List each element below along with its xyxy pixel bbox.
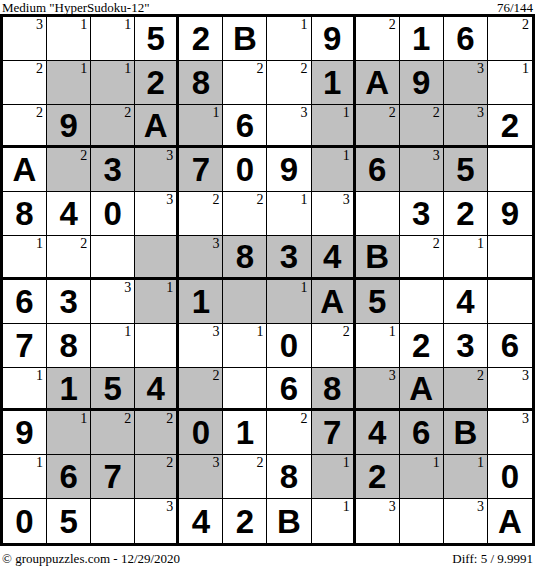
cell-r4c10[interactable]: 3 — [400, 148, 444, 192]
cell-value: 0 — [267, 324, 310, 367]
cell-r1c12[interactable]: 2 — [488, 17, 532, 61]
cell-value: 3 — [400, 192, 443, 235]
cell-r5c4[interactable]: 3 — [135, 192, 179, 236]
cell-r2c10[interactable]: 9 — [400, 61, 444, 105]
cell-r3c12[interactable]: 2 — [488, 105, 532, 149]
pencil-mark: 3 — [477, 500, 484, 514]
cell-r5c5[interactable]: 2 — [179, 192, 223, 236]
cell-r9c8[interactable]: 8 — [312, 368, 356, 412]
cell-r8c3[interactable]: 1 — [91, 324, 135, 368]
cell-value: 5 — [356, 280, 399, 323]
pencil-mark: 2 — [256, 62, 263, 76]
cell-value: B — [223, 17, 266, 60]
difficulty-text: Diff: 5 / 9.9991 — [452, 552, 533, 565]
cell-value: 9 — [400, 61, 443, 104]
pencil-mark: 3 — [522, 412, 529, 426]
cell-r7c1[interactable]: 6 — [3, 280, 47, 324]
pencil-mark: 2 — [343, 325, 350, 339]
cell-value: 7 — [3, 324, 46, 367]
cell-r6c4[interactable] — [135, 236, 179, 280]
cell-r4c4[interactable]: 3 — [135, 148, 179, 192]
cell-value: 8 — [267, 455, 310, 498]
cell-value: B — [267, 499, 310, 543]
pencil-mark: 1 — [124, 18, 131, 32]
cell-r8c2[interactable]: 8 — [47, 324, 91, 368]
pencil-mark: 2 — [301, 412, 308, 426]
cell-r8c9[interactable]: 1 — [356, 324, 400, 368]
cell-value: 2 — [488, 105, 532, 146]
cell-r6c3[interactable] — [91, 236, 135, 280]
pencil-mark: 2 — [522, 18, 529, 32]
pencil-mark: 1 — [124, 325, 131, 339]
cell-r9c3[interactable]: 5 — [91, 368, 135, 412]
cell-value: 6 — [223, 105, 266, 146]
cell-r3c4[interactable]: A — [135, 105, 179, 149]
cell-r4c11[interactable]: 5 — [444, 148, 488, 192]
cell-r10c10[interactable]: 6 — [400, 411, 444, 455]
cell-r12c10[interactable] — [400, 499, 444, 543]
cell-r12c8[interactable]: 1 — [312, 499, 356, 543]
pencil-mark: 1 — [212, 106, 219, 120]
cell-value: 4 — [179, 499, 222, 543]
pencil-mark: 1 — [522, 62, 529, 76]
cell-r7c10[interactable] — [400, 280, 444, 324]
cell-value: 6 — [47, 455, 90, 498]
cell-r5c1[interactable]: 8 — [3, 192, 47, 236]
puzzle-title: Medium "HyperSudoku-12" — [2, 1, 149, 14]
cell-r2c12[interactable]: 1 — [488, 61, 532, 105]
cell-r12c6[interactable]: 2 — [223, 499, 267, 543]
cell-r10c6[interactable]: 1 — [223, 411, 267, 455]
pencil-mark: 1 — [124, 62, 131, 76]
pencil-mark: 2 — [433, 106, 440, 120]
pencil-mark: 3 — [477, 106, 484, 120]
pencil-mark: 3 — [36, 18, 43, 32]
cell-value: 8 — [179, 61, 222, 104]
cell-r5c3[interactable]: 0 — [91, 192, 135, 236]
cell-r2c5[interactable]: 8 — [179, 61, 223, 105]
cell-r9c5[interactable]: 2 — [179, 368, 223, 412]
cell-r3c9[interactable]: 2 — [356, 105, 400, 149]
pencil-mark: 1 — [80, 62, 87, 76]
cell-r12c1[interactable]: 0 — [3, 499, 47, 543]
cell-r1c1[interactable]: 3 — [3, 17, 47, 61]
pencil-mark: 1 — [80, 412, 87, 426]
cell-r10c8[interactable]: 7 — [312, 411, 356, 455]
header-bar: Medium "HyperSudoku-12" 76/144 — [0, 0, 535, 14]
cell-value: 0 — [3, 499, 46, 543]
cell-r3c1[interactable]: 2 — [3, 105, 47, 149]
cell-r10c11[interactable]: B — [444, 411, 488, 455]
cell-value: 5 — [47, 499, 90, 543]
cell-r2c3[interactable]: 1 — [91, 61, 135, 105]
cell-r8c5[interactable]: 3 — [179, 324, 223, 368]
cell-r6c8[interactable]: 4 — [312, 236, 356, 280]
cell-value: 4 — [135, 368, 176, 409]
cell-value: 8 — [3, 192, 46, 235]
cell-r6c10[interactable]: 2 — [400, 236, 444, 280]
pencil-mark: 1 — [343, 500, 350, 514]
pencil-mark: 1 — [343, 456, 350, 470]
cell-r9c7[interactable]: 6 — [267, 368, 311, 412]
cell-r7c3[interactable]: 3 — [91, 280, 135, 324]
pencil-mark: 3 — [343, 193, 350, 207]
cell-r1c4[interactable]: 5 — [135, 17, 179, 61]
cell-value: 2 — [179, 17, 222, 60]
puzzle-page: Medium "HyperSudoku-12" 76/144 31152B192… — [0, 0, 535, 569]
cell-value: 2 — [135, 61, 176, 104]
cell-r4c8[interactable]: 1 — [312, 148, 356, 192]
cell-r4c2[interactable]: 2 — [47, 148, 91, 192]
pencil-mark: 1 — [301, 193, 308, 207]
cell-value: B — [356, 236, 399, 277]
cell-r7c4[interactable]: 1 — [135, 280, 179, 324]
cell-value: 2 — [356, 455, 399, 498]
cell-r5c2[interactable]: 4 — [47, 192, 91, 236]
cell-value: 9 — [488, 192, 532, 235]
pencil-mark: 1 — [301, 281, 308, 295]
cell-value: 6 — [444, 17, 487, 60]
cell-r11c11[interactable]: 1 — [444, 455, 488, 499]
cell-value: 2 — [223, 499, 266, 543]
cell-r10c1[interactable]: 9 — [3, 411, 47, 455]
cell-value: 1 — [400, 17, 443, 60]
cell-value: 5 — [135, 17, 176, 60]
cell-value: A — [356, 61, 399, 104]
cell-r12c12[interactable]: A — [488, 499, 532, 543]
pencil-mark: 3 — [212, 456, 219, 470]
cell-r11c9[interactable]: 2 — [356, 455, 400, 499]
cell-r7c7[interactable]: 1 — [267, 280, 311, 324]
cell-r2c1[interactable]: 2 — [3, 61, 47, 105]
cell-value: A — [3, 148, 46, 191]
cell-value: 5 — [444, 148, 487, 191]
cell-value: 5 — [91, 368, 134, 409]
cell-r3c3[interactable]: 2 — [91, 105, 135, 149]
cell-value: 9 — [312, 17, 353, 60]
cell-r9c6[interactable] — [223, 368, 267, 412]
cell-value: 1 — [179, 280, 222, 323]
pencil-mark: 3 — [389, 500, 396, 514]
cell-r4c1[interactable]: A — [3, 148, 47, 192]
pencil-mark: 2 — [124, 412, 131, 426]
cell-value: 0 — [91, 192, 134, 235]
cell-r4c3[interactable]: 3 — [91, 148, 135, 192]
cell-r2c6[interactable]: 2 — [223, 61, 267, 105]
cell-r7c8[interactable]: A — [312, 280, 356, 324]
cell-r4c6[interactable]: 0 — [223, 148, 267, 192]
cell-r3c11[interactable]: 3 — [444, 105, 488, 149]
cell-r12c7[interactable]: B — [267, 499, 311, 543]
cell-r12c5[interactable]: 4 — [179, 499, 223, 543]
cell-r11c8[interactable]: 1 — [312, 455, 356, 499]
cell-r1c8[interactable]: 9 — [312, 17, 356, 61]
cell-r12c2[interactable]: 5 — [47, 499, 91, 543]
cell-r4c9[interactable]: 6 — [356, 148, 400, 192]
cell-value: 8 — [223, 236, 266, 277]
cell-value: A — [312, 280, 353, 323]
cell-value: 6 — [3, 280, 46, 323]
pencil-mark: 1 — [256, 325, 263, 339]
cell-r9c1[interactable]: 1 — [3, 368, 47, 412]
pencil-mark: 1 — [301, 18, 308, 32]
pencil-mark: 1 — [80, 18, 87, 32]
cell-r3c7[interactable]: 3 — [267, 105, 311, 149]
progress-counter: 76/144 — [497, 1, 533, 14]
footer-bar: © grouppuzzles.com - 12/29/2020 Diff: 5 … — [0, 546, 535, 569]
cell-r7c2[interactable]: 3 — [47, 280, 91, 324]
cell-r5c7[interactable]: 1 — [267, 192, 311, 236]
cell-r1c11[interactable]: 6 — [444, 17, 488, 61]
cell-r11c4[interactable]: 2 — [135, 455, 179, 499]
cell-value: 3 — [91, 148, 134, 191]
cell-r5c9[interactable] — [356, 192, 400, 236]
cell-value: 9 — [3, 411, 46, 454]
cell-r3c10[interactable]: 2 — [400, 105, 444, 149]
cell-r2c2[interactable]: 1 — [47, 61, 91, 105]
pencil-mark: 2 — [256, 193, 263, 207]
cell-value: 4 — [47, 192, 90, 235]
pencil-mark: 1 — [433, 456, 440, 470]
cell-r1c7[interactable]: 1 — [267, 17, 311, 61]
cell-r8c10[interactable]: 2 — [400, 324, 444, 368]
pencil-mark: 2 — [36, 62, 43, 76]
pencil-mark: 1 — [36, 237, 43, 251]
cell-r2c8[interactable]: 1 — [312, 61, 356, 105]
pencil-mark: 2 — [256, 456, 263, 470]
cell-value: A — [400, 368, 443, 409]
pencil-mark: 1 — [477, 456, 484, 470]
pencil-mark: 3 — [433, 149, 440, 163]
cell-r9c9[interactable]: 3 — [356, 368, 400, 412]
cell-r9c11[interactable]: 2 — [444, 368, 488, 412]
pencil-mark: 3 — [124, 281, 131, 295]
cell-r2c11[interactable]: 3 — [444, 61, 488, 105]
pencil-mark: 2 — [166, 412, 173, 426]
pencil-mark: 1 — [477, 237, 484, 251]
cell-r11c10[interactable]: 1 — [400, 455, 444, 499]
cell-value: A — [488, 499, 532, 543]
cell-r2c4[interactable]: 2 — [135, 61, 179, 105]
cell-value: 1 — [312, 61, 353, 104]
cell-r11c3[interactable]: 7 — [91, 455, 135, 499]
cell-r11c12[interactable]: 0 — [488, 455, 532, 499]
cell-r7c9[interactable]: 5 — [356, 280, 400, 324]
sudoku-board: 31152B19216221128221A931292A16312232A233… — [0, 14, 535, 546]
pencil-mark: 1 — [343, 106, 350, 120]
pencil-mark: 2 — [166, 456, 173, 470]
cell-r11c7[interactable]: 8 — [267, 455, 311, 499]
cell-value: 2 — [400, 324, 443, 367]
cell-value: 8 — [47, 324, 90, 367]
pencil-mark: 2 — [212, 193, 219, 207]
pencil-mark: 1 — [166, 281, 173, 295]
cell-r6c1[interactable]: 1 — [3, 236, 47, 280]
cell-r6c9[interactable]: B — [356, 236, 400, 280]
pencil-mark: 3 — [389, 369, 396, 383]
cell-value: 9 — [47, 105, 90, 146]
cell-value: 6 — [400, 411, 443, 454]
cell-r5c11[interactable]: 2 — [444, 192, 488, 236]
cell-r10c5[interactable]: 0 — [179, 411, 223, 455]
cell-r6c5[interactable]: 3 — [179, 236, 223, 280]
cell-r12c9[interactable]: 3 — [356, 499, 400, 543]
cell-r5c10[interactable]: 3 — [400, 192, 444, 236]
cell-r8c8[interactable]: 2 — [312, 324, 356, 368]
pencil-mark: 2 — [36, 106, 43, 120]
cell-r6c12[interactable] — [488, 236, 532, 280]
cell-r10c2[interactable]: 1 — [47, 411, 91, 455]
cell-value: 0 — [223, 148, 266, 191]
cell-value: 0 — [488, 455, 532, 498]
cell-r11c6[interactable]: 2 — [223, 455, 267, 499]
cell-r12c4[interactable]: 3 — [135, 499, 179, 543]
pencil-mark: 2 — [80, 237, 87, 251]
cell-r2c7[interactable]: 2 — [267, 61, 311, 105]
cell-r1c9[interactable]: 2 — [356, 17, 400, 61]
cell-r10c7[interactable]: 2 — [267, 411, 311, 455]
cell-r4c7[interactable]: 9 — [267, 148, 311, 192]
cell-value: 3 — [47, 280, 90, 323]
cell-r5c8[interactable]: 3 — [312, 192, 356, 236]
cell-r7c11[interactable]: 4 — [444, 280, 488, 324]
cell-r8c6[interactable]: 1 — [223, 324, 267, 368]
pencil-mark: 2 — [433, 237, 440, 251]
cell-r10c3[interactable]: 2 — [91, 411, 135, 455]
pencil-mark: 3 — [522, 369, 529, 383]
cell-r4c12[interactable] — [488, 148, 532, 192]
pencil-mark: 1 — [343, 149, 350, 163]
cell-r6c11[interactable]: 1 — [444, 236, 488, 280]
cell-r8c1[interactable]: 7 — [3, 324, 47, 368]
cell-r6c6[interactable]: 8 — [223, 236, 267, 280]
cell-r1c10[interactable]: 1 — [400, 17, 444, 61]
cell-value: 7 — [179, 148, 222, 191]
cell-r9c4[interactable]: 4 — [135, 368, 179, 412]
cell-value: 2 — [444, 192, 487, 235]
cell-value: B — [444, 411, 487, 454]
cell-r3c5[interactable]: 1 — [179, 105, 223, 149]
cell-value: A — [135, 105, 176, 146]
cell-r3c2[interactable]: 9 — [47, 105, 91, 149]
pencil-mark: 1 — [36, 456, 43, 470]
cell-value: 0 — [179, 411, 222, 454]
cell-value: 7 — [312, 411, 353, 454]
pencil-mark: 2 — [124, 106, 131, 120]
cell-r11c2[interactable]: 6 — [47, 455, 91, 499]
cell-r9c10[interactable]: A — [400, 368, 444, 412]
cell-r7c5[interactable]: 1 — [179, 280, 223, 324]
pencil-mark: 3 — [212, 325, 219, 339]
cell-value: 6 — [356, 148, 399, 191]
cell-r12c3[interactable] — [91, 499, 135, 543]
cell-r8c4[interactable] — [135, 324, 179, 368]
pencil-mark: 3 — [301, 106, 308, 120]
cell-r1c6[interactable]: B — [223, 17, 267, 61]
cell-value: 6 — [267, 368, 310, 409]
cell-value: 1 — [47, 368, 90, 409]
cell-r1c3[interactable]: 1 — [91, 17, 135, 61]
cell-value: 9 — [267, 148, 310, 191]
pencil-mark: 3 — [166, 500, 173, 514]
cell-r3c8[interactable]: 1 — [312, 105, 356, 149]
cell-r10c12[interactable]: 3 — [488, 411, 532, 455]
pencil-mark: 2 — [80, 149, 87, 163]
cell-value: 4 — [444, 280, 487, 323]
cell-value: 3 — [267, 236, 310, 277]
pencil-mark: 3 — [212, 237, 219, 251]
cell-r7c12[interactable] — [488, 280, 532, 324]
cell-value: 4 — [312, 236, 353, 277]
pencil-mark: 2 — [477, 369, 484, 383]
pencil-mark: 1 — [389, 325, 396, 339]
cell-value: 7 — [91, 455, 134, 498]
pencil-mark: 3 — [166, 149, 173, 163]
pencil-mark: 2 — [301, 62, 308, 76]
cell-r1c2[interactable]: 1 — [47, 17, 91, 61]
cell-r11c5[interactable]: 3 — [179, 455, 223, 499]
pencil-mark: 1 — [36, 369, 43, 383]
cell-r6c2[interactable]: 2 — [47, 236, 91, 280]
cell-r3c6[interactable]: 6 — [223, 105, 267, 149]
cell-r11c1[interactable]: 1 — [3, 455, 47, 499]
cell-value: 1 — [223, 411, 266, 454]
cell-r7c6[interactable] — [223, 280, 267, 324]
pencil-mark: 2 — [389, 18, 396, 32]
cell-r10c4[interactable]: 2 — [135, 411, 179, 455]
cell-value: 3 — [444, 324, 487, 367]
pencil-mark: 3 — [477, 62, 484, 76]
cell-r9c2[interactable]: 1 — [47, 368, 91, 412]
cell-r10c9[interactable]: 4 — [356, 411, 400, 455]
cell-r8c12[interactable]: 6 — [488, 324, 532, 368]
cell-value: 8 — [312, 368, 353, 409]
cell-r5c12[interactable]: 9 — [488, 192, 532, 236]
cell-r9c12[interactable]: 3 — [488, 368, 532, 412]
cell-r5c6[interactable]: 2 — [223, 192, 267, 236]
cell-r6c7[interactable]: 3 — [267, 236, 311, 280]
cell-value: 4 — [356, 411, 399, 454]
pencil-mark: 2 — [389, 106, 396, 120]
cell-value: 6 — [488, 324, 532, 367]
cell-r4c5[interactable]: 7 — [179, 148, 223, 192]
cell-r2c9[interactable]: A — [356, 61, 400, 105]
cell-r8c7[interactable]: 0 — [267, 324, 311, 368]
pencil-mark: 2 — [212, 369, 219, 383]
cell-r1c5[interactable]: 2 — [179, 17, 223, 61]
copyright-text: © grouppuzzles.com - 12/29/2020 — [2, 552, 180, 565]
cell-r8c11[interactable]: 3 — [444, 324, 488, 368]
cell-r12c11[interactable]: 3 — [444, 499, 488, 543]
pencil-mark: 3 — [166, 193, 173, 207]
